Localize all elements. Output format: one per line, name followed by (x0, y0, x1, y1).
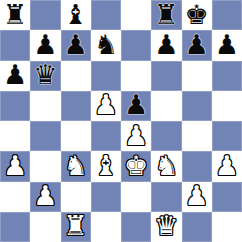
piece-black-pawn[interactable]: ♟ (124, 91, 148, 118)
square-c4[interactable] (61, 121, 91, 151)
piece-black-rook[interactable]: ♜ (154, 1, 178, 28)
piece-black-king[interactable]: ♚ (185, 1, 209, 28)
piece-white-pawn[interactable]: ♟ (94, 91, 118, 118)
piece-black-pawn[interactable]: ♟ (3, 61, 27, 88)
piece-white-pawn[interactable]: ♟ (124, 122, 148, 149)
square-d4[interactable] (91, 121, 121, 151)
square-e4[interactable]: ♟ (121, 121, 151, 151)
piece-black-pawn[interactable]: ♟ (154, 31, 178, 58)
piece-black-pawn[interactable]: ♟ (185, 31, 209, 58)
square-f4[interactable] (151, 121, 181, 151)
square-b5[interactable] (30, 91, 60, 121)
square-c7[interactable]: ♟ (61, 30, 91, 60)
square-d8[interactable] (91, 0, 121, 30)
square-h8[interactable] (212, 0, 242, 30)
square-b1[interactable] (30, 212, 60, 242)
piece-black-knight[interactable]: ♞ (94, 31, 118, 58)
square-h3[interactable]: ♟ (212, 151, 242, 181)
square-a1[interactable] (0, 212, 30, 242)
square-h1[interactable] (212, 212, 242, 242)
square-e1[interactable] (121, 212, 151, 242)
square-f2[interactable] (151, 182, 181, 212)
piece-white-knight[interactable]: ♞ (154, 152, 178, 179)
square-b6[interactable]: ♛ (30, 61, 60, 91)
square-g8[interactable]: ♚ (182, 0, 212, 30)
piece-white-queen[interactable]: ♛ (154, 212, 178, 239)
piece-black-rook[interactable]: ♜ (3, 1, 27, 28)
square-e6[interactable] (121, 61, 151, 91)
square-c8[interactable]: ♝ (61, 0, 91, 30)
square-c6[interactable] (61, 61, 91, 91)
square-c2[interactable] (61, 182, 91, 212)
square-a3[interactable]: ♟ (0, 151, 30, 181)
square-e8[interactable] (121, 0, 151, 30)
piece-black-bishop[interactable]: ♝ (64, 1, 88, 28)
square-b8[interactable] (30, 0, 60, 30)
square-f8[interactable]: ♜ (151, 0, 181, 30)
piece-white-pawn[interactable]: ♟ (3, 152, 27, 179)
square-e3[interactable]: ♚ (121, 151, 151, 181)
piece-white-rook[interactable]: ♜ (64, 212, 88, 239)
square-g1[interactable] (182, 212, 212, 242)
square-g6[interactable] (182, 61, 212, 91)
square-d5[interactable]: ♟ (91, 91, 121, 121)
piece-black-pawn[interactable]: ♟ (215, 31, 239, 58)
square-d1[interactable] (91, 212, 121, 242)
square-b3[interactable] (30, 151, 60, 181)
square-f5[interactable] (151, 91, 181, 121)
square-e5[interactable]: ♟ (121, 91, 151, 121)
piece-black-queen[interactable]: ♛ (33, 61, 57, 88)
square-d7[interactable]: ♞ (91, 30, 121, 60)
piece-white-pawn[interactable]: ♟ (215, 152, 239, 179)
square-c1[interactable]: ♜ (61, 212, 91, 242)
square-b7[interactable]: ♟ (30, 30, 60, 60)
square-g4[interactable] (182, 121, 212, 151)
square-a4[interactable] (0, 121, 30, 151)
square-h4[interactable] (212, 121, 242, 151)
square-a8[interactable]: ♜ (0, 0, 30, 30)
square-f3[interactable]: ♞ (151, 151, 181, 181)
square-d2[interactable] (91, 182, 121, 212)
piece-white-bishop[interactable]: ♝ (94, 152, 118, 179)
square-g2[interactable]: ♟ (182, 182, 212, 212)
square-d3[interactable]: ♝ (91, 151, 121, 181)
piece-white-pawn[interactable]: ♟ (33, 182, 57, 209)
piece-black-pawn[interactable]: ♟ (64, 31, 88, 58)
square-b4[interactable] (30, 121, 60, 151)
piece-black-pawn[interactable]: ♟ (33, 31, 57, 58)
piece-white-pawn[interactable]: ♟ (185, 182, 209, 209)
square-f1[interactable]: ♛ (151, 212, 181, 242)
square-h6[interactable] (212, 61, 242, 91)
piece-white-knight[interactable]: ♞ (64, 152, 88, 179)
square-g5[interactable] (182, 91, 212, 121)
square-h2[interactable] (212, 182, 242, 212)
chess-board: ♜♝♜♚♟♟♞♟♟♟♟♛♟♟♟♟♞♝♚♞♟♟♟♜♛ (0, 0, 242, 242)
square-h5[interactable] (212, 91, 242, 121)
piece-white-king[interactable]: ♚ (124, 152, 148, 179)
square-e7[interactable] (121, 30, 151, 60)
square-g7[interactable]: ♟ (182, 30, 212, 60)
square-a6[interactable]: ♟ (0, 61, 30, 91)
square-a2[interactable] (0, 182, 30, 212)
square-h7[interactable]: ♟ (212, 30, 242, 60)
square-c3[interactable]: ♞ (61, 151, 91, 181)
square-f7[interactable]: ♟ (151, 30, 181, 60)
square-e2[interactable] (121, 182, 151, 212)
square-c5[interactable] (61, 91, 91, 121)
square-b2[interactable]: ♟ (30, 182, 60, 212)
square-d6[interactable] (91, 61, 121, 91)
square-a5[interactable] (0, 91, 30, 121)
square-f6[interactable] (151, 61, 181, 91)
square-g3[interactable] (182, 151, 212, 181)
square-a7[interactable] (0, 30, 30, 60)
